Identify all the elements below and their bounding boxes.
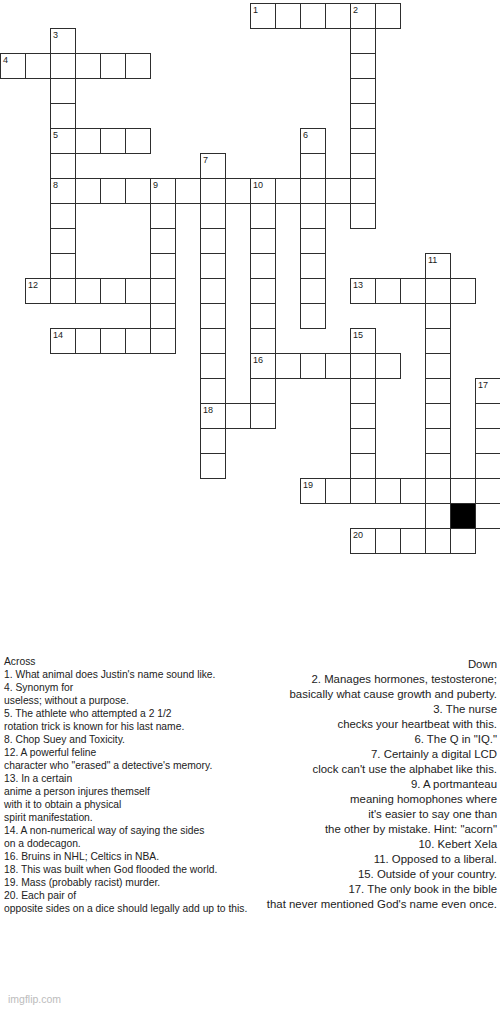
grid-cell[interactable] (425, 328, 451, 354)
down-clue-line: 6. The Q in "IQ." (245, 732, 497, 747)
cell-number: 4 (3, 55, 8, 65)
grid-cell[interactable] (350, 153, 376, 179)
grid-cell[interactable] (125, 278, 151, 304)
grid-cell[interactable] (250, 328, 276, 354)
grid-cell[interactable] (425, 478, 451, 504)
across-clue-list: 1. What animal does Justin's name sound … (4, 668, 272, 915)
grid-cell[interactable]: 14 (50, 328, 76, 354)
grid-cell[interactable] (425, 278, 451, 304)
black-cell (450, 503, 476, 529)
grid-cell[interactable]: 18 (200, 403, 226, 429)
grid-cell[interactable]: 20 (350, 528, 376, 554)
grid-cell[interactable] (250, 253, 276, 279)
across-clue-line: 14. A non-numerical way of saying the si… (4, 824, 272, 837)
grid-cell[interactable] (375, 528, 401, 554)
grid-cell[interactable] (350, 178, 376, 204)
grid-cell[interactable] (425, 528, 451, 554)
grid-cell[interactable] (150, 253, 176, 279)
grid-cell[interactable] (75, 53, 101, 79)
cell-number: 19 (303, 480, 313, 490)
grid-cell[interactable] (350, 353, 376, 379)
down-clue-line: clock can't use the alphabet like this. (245, 762, 497, 777)
grid-cell[interactable] (200, 453, 226, 479)
grid-cell[interactable] (400, 478, 426, 504)
grid-cell[interactable] (100, 53, 126, 79)
grid-cell[interactable] (425, 353, 451, 379)
cell-number: 5 (53, 130, 58, 140)
grid-cell[interactable] (375, 478, 401, 504)
grid-cell[interactable] (450, 528, 476, 554)
grid-cell[interactable]: 8 (50, 178, 76, 204)
grid-cell[interactable] (275, 353, 301, 379)
grid-cell[interactable] (100, 328, 126, 354)
crossword-grid: 1234567891011121314151617181920 (0, 3, 500, 556)
grid-cell[interactable] (175, 178, 201, 204)
grid-cell[interactable] (325, 478, 351, 504)
grid-cell[interactable] (25, 53, 51, 79)
grid-cell[interactable] (200, 303, 226, 329)
grid-cell[interactable] (450, 278, 476, 304)
across-clue-line: 19. Mass (probably racist) murder. (4, 876, 272, 889)
grid-cell[interactable] (150, 278, 176, 304)
grid-cell[interactable] (50, 153, 76, 179)
across-clue-line: 1. What animal does Justin's name sound … (4, 668, 272, 681)
grid-cell[interactable] (75, 178, 101, 204)
grid-cell[interactable]: 11 (425, 253, 451, 279)
grid-cell[interactable]: 13 (350, 278, 376, 304)
grid-cell[interactable] (350, 478, 376, 504)
grid-cell[interactable] (150, 303, 176, 329)
grid-cell[interactable] (125, 328, 151, 354)
cell-number: 6 (303, 130, 308, 140)
grid-cell[interactable] (400, 528, 426, 554)
grid-cell[interactable] (100, 128, 126, 154)
across-clue-line: useless; without a purpose. (4, 694, 272, 707)
grid-cell[interactable] (125, 53, 151, 79)
down-header: Down (245, 657, 497, 672)
cell-number: 15 (353, 330, 363, 340)
cell-number: 2 (353, 5, 358, 15)
grid-cell[interactable] (50, 203, 76, 229)
grid-cell[interactable] (200, 378, 226, 404)
across-clue-line: on a dodecagon. (4, 837, 272, 850)
grid-cell[interactable] (300, 178, 326, 204)
cell-number: 16 (253, 355, 263, 365)
grid-cell[interactable]: 15 (350, 328, 376, 354)
grid-cell[interactable] (350, 28, 376, 54)
down-clues: Down 2. Manages hormones, testosterone;b… (245, 657, 497, 912)
across-clue-line: 20. Each pair of (4, 889, 272, 902)
grid-cell[interactable] (50, 278, 76, 304)
cell-number: 18 (203, 405, 213, 415)
grid-cell[interactable]: 7 (200, 153, 226, 179)
across-clue-line: 16. Bruins in NHL; Celtics in NBA. (4, 850, 272, 863)
grid-cell[interactable] (325, 353, 351, 379)
grid-cell[interactable] (425, 503, 451, 529)
cell-number: 9 (153, 180, 158, 190)
grid-cell[interactable] (250, 228, 276, 254)
grid-cell[interactable] (225, 178, 251, 204)
grid-cell[interactable] (300, 203, 326, 229)
grid-cell[interactable]: 4 (0, 53, 26, 79)
cell-number: 11 (428, 255, 437, 265)
grid-cell[interactable] (425, 378, 451, 404)
grid-cell[interactable] (300, 228, 326, 254)
grid-cell[interactable] (150, 228, 176, 254)
grid-cell[interactable] (350, 453, 376, 479)
cell-number: 17 (478, 380, 488, 390)
grid-cell[interactable]: 17 (475, 378, 500, 404)
grid-cell[interactable] (300, 253, 326, 279)
cell-number: 13 (353, 280, 363, 290)
across-header: Across (4, 655, 272, 668)
down-clue-line: 15. Outside of your country. (245, 867, 497, 882)
grid-cell[interactable] (475, 478, 500, 504)
grid-cell[interactable] (425, 303, 451, 329)
cell-number: 7 (203, 155, 208, 165)
grid-cell[interactable]: 19 (300, 478, 326, 504)
grid-cell[interactable] (425, 453, 451, 479)
across-clue-line: character who "erased" a detective's mem… (4, 759, 272, 772)
down-clue-line: 10. Kebert Xela (245, 837, 497, 852)
grid-cell[interactable] (50, 53, 76, 79)
cell-number: 8 (53, 180, 58, 190)
grid-cell[interactable] (200, 428, 226, 454)
across-clues: Across 1. What animal does Justin's name… (4, 655, 272, 915)
across-clue-line: rotation trick is known for his last nam… (4, 720, 272, 733)
grid-cell[interactable]: 2 (350, 3, 376, 29)
down-clue-list: 2. Manages hormones, testosterone;basica… (245, 672, 497, 912)
grid-cell[interactable] (100, 178, 126, 204)
imgflip-watermark: imgflip.com (8, 993, 61, 1005)
across-clue-line: 13. In a certain (4, 772, 272, 785)
grid-cell[interactable] (50, 103, 76, 129)
grid-cell[interactable] (350, 378, 376, 404)
across-clue-line: with it to obtain a physical (4, 798, 272, 811)
cell-number: 12 (28, 280, 38, 290)
grid-cell[interactable] (475, 503, 500, 529)
down-clue-line: it's easier to say one than (245, 807, 497, 822)
grid-cell[interactable] (150, 203, 176, 229)
down-clue-line: 11. Opposed to a liberal. (245, 852, 497, 867)
across-clue-line: 12. A powerful feline (4, 746, 272, 759)
down-clue-line: 2. Manages hormones, testosterone; (245, 672, 497, 687)
grid-cell[interactable] (75, 278, 101, 304)
across-clue-line: 8. Chop Suey and Toxicity. (4, 733, 272, 746)
grid-cell[interactable] (50, 228, 76, 254)
grid-cell[interactable] (425, 428, 451, 454)
grid-cell[interactable] (200, 328, 226, 354)
grid-cell[interactable]: 16 (250, 353, 276, 379)
grid-cell[interactable]: 3 (50, 28, 76, 54)
grid-cell[interactable] (325, 3, 351, 29)
across-clue-line: opposite sides on a dice should legally … (4, 902, 272, 915)
across-clue-line: 18. This was built when God flooded the … (4, 863, 272, 876)
grid-cell[interactable] (475, 428, 500, 454)
cell-number: 14 (53, 330, 63, 340)
grid-cell[interactable] (200, 178, 226, 204)
down-clue-line: 7. Certainly a digital LCD (245, 747, 497, 762)
grid-cell[interactable] (50, 78, 76, 104)
down-clue-line: 9. A portmanteau (245, 777, 497, 792)
grid-cell[interactable] (350, 53, 376, 79)
grid-cell[interactable] (300, 3, 326, 29)
grid-cell[interactable] (375, 353, 401, 379)
grid-cell[interactable] (350, 428, 376, 454)
grid-cell[interactable]: 10 (250, 178, 276, 204)
grid-cell[interactable] (350, 203, 376, 229)
grid-cell[interactable] (300, 278, 326, 304)
grid-cell[interactable] (100, 278, 126, 304)
grid-cell[interactable] (125, 178, 151, 204)
cell-number: 20 (353, 530, 363, 540)
grid-cell[interactable] (350, 403, 376, 429)
grid-cell[interactable] (300, 303, 326, 329)
grid-cell[interactable] (200, 228, 226, 254)
down-clue-line: 17. The only book in the bible (245, 882, 497, 897)
grid-cell[interactable] (250, 378, 276, 404)
down-clue-line: 3. The nurse (245, 702, 497, 717)
grid-cell[interactable] (400, 278, 426, 304)
grid-cell[interactable] (200, 278, 226, 304)
grid-cell[interactable] (475, 453, 500, 479)
grid-cell[interactable] (275, 178, 301, 204)
grid-cell[interactable] (450, 478, 476, 504)
grid-cell[interactable] (350, 103, 376, 129)
across-clue-line: anime a person injures themself (4, 785, 272, 798)
grid-cell[interactable] (200, 353, 226, 379)
cell-number: 3 (53, 30, 58, 40)
down-clue-line: meaning homophones where (245, 792, 497, 807)
grid-cell[interactable]: 5 (50, 128, 76, 154)
grid-cell[interactable] (325, 178, 351, 204)
down-clue-line: checks your heartbeat with this. (245, 717, 497, 732)
grid-cell[interactable] (425, 403, 451, 429)
grid-cell[interactable] (75, 128, 101, 154)
grid-cell[interactable] (475, 403, 500, 429)
grid-cell[interactable] (350, 78, 376, 104)
down-clue-line: the other by mistake. Hint: "acorn" (245, 822, 497, 837)
grid-cell[interactable] (275, 3, 301, 29)
grid-cell[interactable] (150, 328, 176, 354)
grid-cell[interactable]: 9 (150, 178, 176, 204)
cell-number: 10 (253, 180, 263, 190)
cell-number: 1 (253, 5, 258, 15)
grid-cell[interactable] (225, 403, 251, 429)
down-clue-line: that never mentioned God's name even onc… (245, 897, 497, 912)
grid-cell[interactable] (250, 203, 276, 229)
grid-cell[interactable] (300, 153, 326, 179)
grid-cell[interactable] (350, 128, 376, 154)
across-clue-line: 5. The athlete who attempted a 2 1/2 (4, 707, 272, 720)
grid-cell[interactable] (375, 3, 401, 29)
grid-cell[interactable] (125, 128, 151, 154)
grid-cell[interactable] (200, 203, 226, 229)
grid-cell[interactable] (250, 278, 276, 304)
grid-cell[interactable]: 12 (25, 278, 51, 304)
grid-cell[interactable] (250, 303, 276, 329)
across-clue-line: spirit manifestation. (4, 811, 272, 824)
grid-cell[interactable] (375, 278, 401, 304)
down-clue-line: basically what cause growth and puberty. (245, 687, 497, 702)
grid-cell[interactable]: 6 (300, 128, 326, 154)
grid-cell[interactable] (75, 328, 101, 354)
grid-cell[interactable]: 1 (250, 3, 276, 29)
across-clue-line: 4. Synonym for (4, 681, 272, 694)
grid-cell[interactable] (300, 353, 326, 379)
grid-cell[interactable] (200, 253, 226, 279)
grid-cell[interactable] (50, 253, 76, 279)
grid-cell[interactable] (250, 403, 276, 429)
